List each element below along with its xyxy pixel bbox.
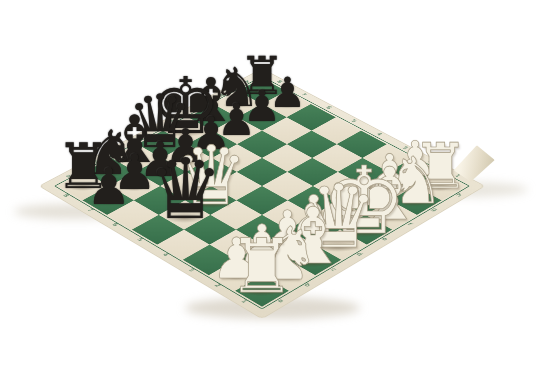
product-photo-scene: 88hh77gg66ff55ee44dd33cc22bb11aa ♜♞♝♛♚♝♞… bbox=[0, 0, 540, 370]
chess-board: 88hh77gg66ff55ee44dd33cc22bb11aa bbox=[39, 68, 486, 319]
board-squares bbox=[58, 78, 465, 306]
